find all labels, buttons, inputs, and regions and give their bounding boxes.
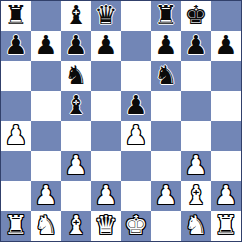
square-d2[interactable]: ♟ bbox=[91, 181, 121, 211]
square-f6[interactable]: ♞ bbox=[151, 61, 181, 91]
square-c8[interactable]: ♝ bbox=[61, 1, 91, 31]
square-h6[interactable] bbox=[211, 61, 241, 91]
square-g6[interactable] bbox=[181, 61, 211, 91]
square-e2[interactable] bbox=[121, 181, 151, 211]
black-pawn-icon[interactable]: ♟ bbox=[34, 32, 57, 58]
square-h7[interactable]: ♟ bbox=[211, 31, 241, 61]
black-bishop-icon[interactable]: ♝ bbox=[64, 2, 87, 28]
square-a3[interactable] bbox=[1, 151, 31, 181]
square-e5[interactable]: ♟ bbox=[121, 91, 151, 121]
square-h2[interactable]: ♟ bbox=[211, 181, 241, 211]
square-f8[interactable]: ♜ bbox=[151, 1, 181, 31]
black-rook-icon[interactable]: ♜ bbox=[4, 2, 27, 28]
square-d3[interactable] bbox=[91, 151, 121, 181]
square-f2[interactable]: ♟ bbox=[151, 181, 181, 211]
square-f4[interactable] bbox=[151, 121, 181, 151]
square-e1[interactable]: ♚ bbox=[121, 211, 151, 241]
square-h8[interactable] bbox=[211, 1, 241, 31]
square-b2[interactable]: ♟ bbox=[31, 181, 61, 211]
square-g8[interactable]: ♚ bbox=[181, 1, 211, 31]
white-pawn-icon[interactable]: ♟ bbox=[94, 182, 117, 208]
black-pawn-icon[interactable]: ♟ bbox=[154, 32, 177, 58]
square-g7[interactable]: ♟ bbox=[181, 31, 211, 61]
square-a2[interactable] bbox=[1, 181, 31, 211]
square-a5[interactable] bbox=[1, 91, 31, 121]
white-bishop-icon[interactable]: ♝ bbox=[64, 212, 87, 238]
square-g2[interactable]: ♝ bbox=[181, 181, 211, 211]
square-d7[interactable]: ♟ bbox=[91, 31, 121, 61]
square-g1[interactable]: ♞ bbox=[181, 211, 211, 241]
square-e3[interactable] bbox=[121, 151, 151, 181]
square-h3[interactable] bbox=[211, 151, 241, 181]
square-c4[interactable] bbox=[61, 121, 91, 151]
square-e4[interactable]: ♟ bbox=[121, 121, 151, 151]
square-b3[interactable] bbox=[31, 151, 61, 181]
white-knight-icon[interactable]: ♞ bbox=[34, 212, 57, 238]
square-c5[interactable]: ♝ bbox=[61, 91, 91, 121]
black-pawn-icon[interactable]: ♟ bbox=[214, 32, 237, 58]
square-f5[interactable] bbox=[151, 91, 181, 121]
square-g4[interactable] bbox=[181, 121, 211, 151]
square-b5[interactable] bbox=[31, 91, 61, 121]
square-b8[interactable] bbox=[31, 1, 61, 31]
square-d8[interactable]: ♛ bbox=[91, 1, 121, 31]
black-knight-icon[interactable]: ♞ bbox=[154, 62, 177, 88]
square-d4[interactable] bbox=[91, 121, 121, 151]
square-a4[interactable]: ♟ bbox=[1, 121, 31, 151]
square-d6[interactable] bbox=[91, 61, 121, 91]
square-a8[interactable]: ♜ bbox=[1, 1, 31, 31]
square-a6[interactable] bbox=[1, 61, 31, 91]
square-a7[interactable]: ♟ bbox=[1, 31, 31, 61]
black-bishop-icon[interactable]: ♝ bbox=[64, 92, 87, 118]
white-king-icon[interactable]: ♚ bbox=[124, 212, 147, 238]
white-pawn-icon[interactable]: ♟ bbox=[34, 182, 57, 208]
white-rook-icon[interactable]: ♜ bbox=[4, 212, 27, 238]
square-c6[interactable]: ♞ bbox=[61, 61, 91, 91]
white-pawn-icon[interactable]: ♟ bbox=[214, 182, 237, 208]
square-c7[interactable]: ♟ bbox=[61, 31, 91, 61]
square-a1[interactable]: ♜ bbox=[1, 211, 31, 241]
black-pawn-icon[interactable]: ♟ bbox=[184, 32, 207, 58]
white-pawn-icon[interactable]: ♟ bbox=[64, 152, 87, 178]
white-pawn-icon[interactable]: ♟ bbox=[4, 122, 27, 148]
white-rook-icon[interactable]: ♜ bbox=[214, 212, 237, 238]
white-bishop-icon[interactable]: ♝ bbox=[184, 182, 207, 208]
square-c3[interactable]: ♟ bbox=[61, 151, 91, 181]
chess-board: ♜♝♛♜♚♟♟♟♟♟♟♟♞♞♝♟♟♟♟♟♟♟♟♝♟♜♞♝♛♚♞♜ bbox=[0, 0, 242, 242]
black-pawn-icon[interactable]: ♟ bbox=[94, 32, 117, 58]
square-e6[interactable] bbox=[121, 61, 151, 91]
square-g3[interactable]: ♟ bbox=[181, 151, 211, 181]
black-knight-icon[interactable]: ♞ bbox=[64, 62, 87, 88]
square-f3[interactable] bbox=[151, 151, 181, 181]
square-b1[interactable]: ♞ bbox=[31, 211, 61, 241]
square-b7[interactable]: ♟ bbox=[31, 31, 61, 61]
square-d5[interactable] bbox=[91, 91, 121, 121]
white-pawn-icon[interactable]: ♟ bbox=[154, 182, 177, 208]
chess-board-screenshot: ♜♝♛♜♚♟♟♟♟♟♟♟♞♞♝♟♟♟♟♟♟♟♟♝♟♜♞♝♛♚♞♜ bbox=[0, 0, 242, 242]
square-b4[interactable] bbox=[31, 121, 61, 151]
square-h1[interactable]: ♜ bbox=[211, 211, 241, 241]
black-queen-icon[interactable]: ♛ bbox=[94, 2, 117, 28]
black-rook-icon[interactable]: ♜ bbox=[154, 2, 177, 28]
white-queen-icon[interactable]: ♛ bbox=[94, 212, 117, 238]
white-knight-icon[interactable]: ♞ bbox=[184, 212, 207, 238]
square-c1[interactable]: ♝ bbox=[61, 211, 91, 241]
black-pawn-icon[interactable]: ♟ bbox=[4, 32, 27, 58]
white-pawn-icon[interactable]: ♟ bbox=[124, 122, 147, 148]
square-h4[interactable] bbox=[211, 121, 241, 151]
black-king-icon[interactable]: ♚ bbox=[184, 2, 207, 28]
black-pawn-icon[interactable]: ♟ bbox=[64, 32, 87, 58]
square-f1[interactable] bbox=[151, 211, 181, 241]
white-pawn-icon[interactable]: ♟ bbox=[184, 152, 207, 178]
square-b6[interactable] bbox=[31, 61, 61, 91]
square-e7[interactable] bbox=[121, 31, 151, 61]
square-d1[interactable]: ♛ bbox=[91, 211, 121, 241]
square-g5[interactable] bbox=[181, 91, 211, 121]
square-f7[interactable]: ♟ bbox=[151, 31, 181, 61]
square-h5[interactable] bbox=[211, 91, 241, 121]
square-e8[interactable] bbox=[121, 1, 151, 31]
square-c2[interactable] bbox=[61, 181, 91, 211]
black-pawn-icon[interactable]: ♟ bbox=[124, 92, 147, 118]
